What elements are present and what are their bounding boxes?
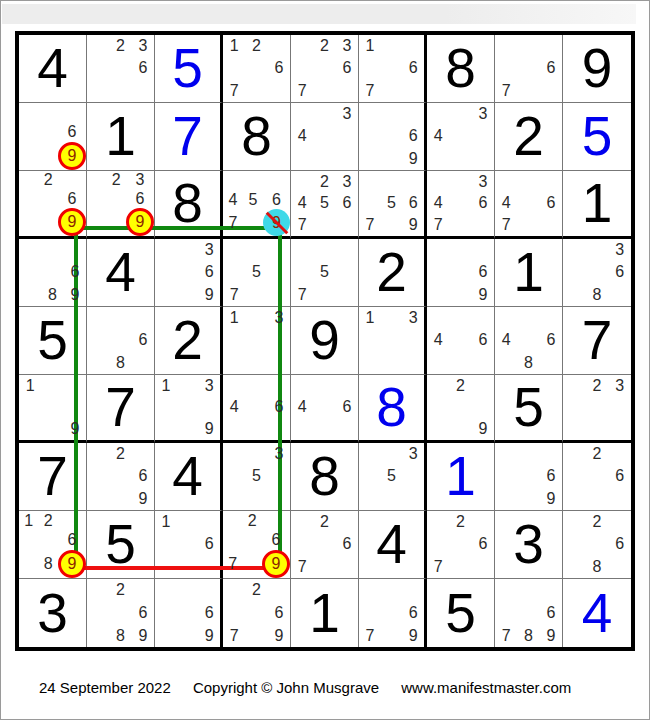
empty-pencil-slot [336, 375, 358, 397]
empty-pencil-slot [563, 375, 586, 397]
empty-pencil-slot [563, 556, 586, 578]
pencil-mark-2: 2 [313, 511, 335, 533]
empty-pencil-slot [39, 190, 59, 209]
cell-r3c7[interactable]: 3467 [427, 171, 495, 239]
cell-r2c7[interactable]: 34 [427, 103, 495, 171]
solved-digit: 8 [376, 380, 407, 435]
empty-pencil-slot [381, 602, 403, 625]
cell-r9c3[interactable]: 69 [155, 579, 223, 647]
cell-r9c2[interactable]: 2689 [87, 579, 155, 647]
empty-pencil-slot [313, 533, 335, 555]
cell-r8c3[interactable]: 16 [155, 511, 223, 579]
cell-r6c3[interactable]: 139 [155, 375, 223, 443]
pencil-mark-6: 6 [336, 397, 358, 419]
pencil-mark-7: 7 [223, 209, 243, 236]
cell-r6c8[interactable]: 5 [495, 375, 563, 443]
pencil-mark-6: 6 [472, 193, 494, 215]
empty-pencil-slot [198, 579, 220, 602]
cell-r8c1[interactable]: 12689 [19, 511, 87, 579]
empty-pencil-slot [586, 465, 609, 487]
pencil-mark-3: 3 [608, 375, 631, 397]
cell-r1c8[interactable]: 67 [495, 35, 563, 103]
empty-pencil-slot [449, 193, 471, 215]
footer-copyright: Copyright © John Musgrave [193, 679, 379, 696]
pencil-marks: 26 [563, 443, 631, 510]
pencil-mark-7: 7 [223, 80, 245, 102]
empty-pencil-slot [41, 375, 63, 397]
empty-pencil-slot [427, 148, 449, 170]
empty-pencil-slot [19, 284, 41, 306]
solved-digit: 1 [445, 449, 476, 504]
cell-r8c7[interactable]: 267 [427, 511, 495, 579]
cell-r1c4[interactable]: 1267 [223, 35, 291, 103]
cell-r3c1[interactable]: 269 [19, 171, 87, 239]
cell-r4c9[interactable]: 368 [563, 239, 631, 307]
empty-pencil-slot [109, 488, 131, 510]
pencil-mark-6: 6 [64, 261, 86, 283]
empty-pencil-slot [291, 35, 313, 57]
empty-pencil-slot [449, 418, 471, 440]
page: 4236512672367167867969178346934252692369… [0, 0, 650, 720]
pencil-mark-2: 2 [109, 35, 131, 57]
cell-r9c5[interactable]: 1 [291, 579, 359, 647]
pencil-marks: 57 [223, 239, 290, 306]
pencil-mark-2: 2 [245, 579, 267, 602]
given-digit: 1 [513, 245, 544, 300]
pencil-mark-9: 9 [198, 624, 220, 647]
given-digit: 9 [309, 313, 340, 368]
empty-pencil-slot [39, 531, 59, 551]
cell-r9c9[interactable]: 4 [563, 579, 631, 647]
empty-pencil-slot [427, 511, 449, 533]
empty-pencil-slot [608, 397, 631, 419]
empty-pencil-slot [87, 488, 109, 510]
empty-pencil-slot [223, 602, 245, 625]
empty-pencil-slot [517, 171, 539, 193]
cell-r4c2[interactable]: 4 [87, 239, 155, 307]
pencil-marks: 467 [495, 171, 562, 236]
empty-pencil-slot [245, 397, 267, 419]
pencil-mark-6: 6 [540, 602, 562, 625]
pencil-mark-4: 4 [427, 329, 449, 351]
empty-pencil-slot [155, 239, 177, 261]
given-digit: 7 [37, 449, 68, 504]
cell-r7c3[interactable]: 4 [155, 443, 223, 511]
empty-pencil-slot [563, 239, 586, 261]
cell-r8c8[interactable]: 3 [495, 511, 563, 579]
given-digit: 4 [172, 449, 203, 504]
empty-pencil-slot [19, 123, 39, 143]
pencil-mark-3: 3 [126, 171, 154, 190]
empty-pencil-slot [402, 579, 424, 602]
pencil-mark-2: 2 [586, 443, 609, 465]
empty-pencil-slot [245, 602, 267, 625]
empty-pencil-slot [245, 418, 267, 440]
empty-pencil-slot [381, 103, 403, 125]
empty-pencil-slot [291, 511, 313, 533]
empty-pencil-slot [109, 329, 131, 351]
pencil-mark-6: 6 [402, 602, 424, 625]
empty-pencil-slot [359, 443, 381, 465]
empty-pencil-slot [495, 488, 517, 510]
pencil-mark-7: 7 [495, 624, 517, 647]
cell-r5c4[interactable]: 13 [223, 307, 291, 375]
empty-pencil-slot [563, 488, 586, 510]
empty-pencil-slot [472, 352, 494, 374]
pencil-mark-9: 9 [132, 488, 154, 510]
cell-r9c6[interactable]: 679 [359, 579, 427, 647]
cell-r7c4[interactable]: 35 [223, 443, 291, 511]
empty-pencil-slot [291, 533, 313, 555]
footer-website[interactable]: www.manifestmaster.com [401, 679, 571, 696]
empty-pencil-slot [223, 352, 245, 374]
cell-r4c8[interactable]: 1 [495, 239, 563, 307]
empty-pencil-slot [58, 511, 86, 531]
empty-pencil-slot [359, 352, 381, 374]
pencil-mark-8: 8 [39, 550, 59, 578]
empty-pencil-slot [427, 171, 449, 193]
empty-pencil-slot [402, 171, 424, 193]
empty-pencil-slot [608, 418, 631, 440]
cell-r8c4[interactable]: 2679 [223, 511, 291, 579]
empty-pencil-slot [263, 171, 290, 190]
cell-r7c9[interactable]: 26 [563, 443, 631, 511]
pencil-marks: 67 [495, 35, 562, 102]
empty-pencil-slot [517, 579, 539, 602]
empty-pencil-slot [563, 284, 586, 306]
cell-r6c1[interactable]: 19 [19, 375, 87, 443]
cell-r5c6[interactable]: 13 [359, 307, 427, 375]
given-digit: 1 [105, 109, 136, 164]
empty-pencil-slot [313, 103, 335, 125]
solved-digit: 5 [172, 41, 203, 96]
cell-r3c2[interactable]: 2369 [87, 171, 155, 239]
pencil-marks: 46 [427, 307, 494, 374]
cell-r1c3[interactable]: 5 [155, 35, 223, 103]
cell-r6c7[interactable]: 29 [427, 375, 495, 443]
pencil-mark-4: 4 [223, 397, 245, 419]
cell-r3c9[interactable]: 1 [563, 171, 631, 239]
cell-r5c3[interactable]: 2 [155, 307, 223, 375]
empty-pencil-slot [177, 533, 199, 555]
cell-r5c7[interactable]: 46 [427, 307, 495, 375]
eliminated-candidate-9: 9 [263, 209, 290, 236]
solved-digit: 4 [582, 586, 613, 641]
cell-r3c6[interactable]: 5679 [359, 171, 427, 239]
empty-pencil-slot [223, 261, 245, 283]
empty-pencil-slot [381, 80, 403, 102]
pencil-mark-1: 1 [19, 375, 41, 397]
empty-pencil-slot [41, 418, 63, 440]
cell-r6c6[interactable]: 8 [359, 375, 427, 443]
empty-pencil-slot [336, 261, 358, 283]
pencil-mark-6: 6 [132, 602, 154, 625]
pencil-mark-6: 6 [132, 329, 154, 351]
empty-pencil-slot [268, 284, 290, 306]
pencil-mark-4: 4 [291, 193, 313, 215]
empty-pencil-slot [58, 103, 86, 123]
empty-pencil-slot [495, 443, 517, 465]
given-digit: 5 [37, 313, 68, 368]
empty-pencil-slot [41, 239, 63, 261]
empty-pencil-slot [427, 103, 449, 125]
empty-pencil-slot [449, 125, 471, 147]
pencil-mark-2: 2 [39, 171, 59, 190]
cell-r1c9[interactable]: 9 [563, 35, 631, 103]
cell-r5c8[interactable]: 468 [495, 307, 563, 375]
empty-pencil-slot [132, 80, 154, 102]
cell-r2c8[interactable]: 2 [495, 103, 563, 171]
pencil-marks: 69 [359, 103, 424, 170]
empty-pencil-slot [336, 239, 358, 261]
empty-pencil-slot [109, 80, 131, 102]
empty-pencil-slot [87, 190, 107, 209]
pencil-mark-8: 8 [109, 352, 131, 374]
cell-r4c3[interactable]: 369 [155, 239, 223, 307]
empty-pencil-slot [563, 261, 586, 283]
empty-pencil-slot [586, 239, 609, 261]
cell-r5c5[interactable]: 9 [291, 307, 359, 375]
cell-r7c7[interactable]: 1 [427, 443, 495, 511]
pencil-marks: 35 [223, 443, 290, 510]
cell-r6c5[interactable]: 46 [291, 375, 359, 443]
cell-r9c7[interactable]: 5 [427, 579, 495, 647]
empty-pencil-slot [495, 465, 517, 487]
cell-r8c5[interactable]: 267 [291, 511, 359, 579]
empty-pencil-slot [19, 142, 39, 170]
empty-pencil-slot [381, 35, 403, 57]
empty-pencil-slot [359, 579, 381, 602]
empty-pencil-slot [268, 418, 290, 440]
pencil-mark-8: 8 [586, 556, 609, 578]
empty-pencil-slot [381, 579, 403, 602]
cell-r7c6[interactable]: 35 [359, 443, 427, 511]
pencil-marks: 69 [19, 103, 86, 170]
cell-r2c5[interactable]: 34 [291, 103, 359, 171]
cell-r5c9[interactable]: 7 [563, 307, 631, 375]
pencil-mark-3: 3 [132, 35, 154, 57]
empty-pencil-slot [586, 397, 609, 419]
cell-r6c4[interactable]: 46 [223, 375, 291, 443]
empty-pencil-slot [449, 533, 471, 555]
cell-r8c6[interactable]: 4 [359, 511, 427, 579]
empty-pencil-slot [107, 190, 127, 209]
solved-digit: 7 [172, 109, 203, 164]
pencil-mark-6: 6 [472, 533, 494, 555]
empty-pencil-slot [243, 171, 263, 190]
empty-pencil-slot [223, 329, 245, 351]
cell-r5c2[interactable]: 68 [87, 307, 155, 375]
cell-r2c2[interactable]: 1 [87, 103, 155, 171]
cell-r7c8[interactable]: 69 [495, 443, 563, 511]
cell-r1c1[interactable]: 4 [19, 35, 87, 103]
pencil-mark-9: 9 [402, 148, 424, 170]
empty-pencil-slot [19, 550, 39, 578]
pencil-marks: 689 [19, 239, 86, 306]
empty-pencil-slot [586, 261, 609, 283]
cell-r9c8[interactable]: 6789 [495, 579, 563, 647]
pencil-marks: 46 [291, 375, 358, 440]
empty-pencil-slot [563, 443, 586, 465]
empty-pencil-slot [540, 214, 562, 236]
cell-r2c1[interactable]: 69 [19, 103, 87, 171]
empty-pencil-slot [245, 352, 267, 374]
pencil-mark-9: 9 [540, 488, 562, 510]
pencil-mark-6: 6 [126, 190, 154, 209]
empty-pencil-slot [109, 602, 131, 625]
empty-pencil-slot [87, 208, 107, 236]
empty-pencil-slot [427, 375, 449, 397]
cell-r4c7[interactable]: 69 [427, 239, 495, 307]
cell-r4c6[interactable]: 2 [359, 239, 427, 307]
empty-pencil-slot [540, 443, 562, 465]
pencil-mark-2: 2 [313, 35, 335, 57]
pencil-marks: 267 [291, 511, 358, 578]
pencil-mark-6: 6 [262, 531, 290, 551]
pencil-marks: 23 [563, 375, 631, 440]
pencil-mark-4: 4 [291, 125, 313, 147]
circled-candidate-9: 9 [58, 550, 86, 578]
pencil-mark-7: 7 [291, 80, 313, 102]
pencil-marks: 369 [155, 239, 220, 306]
empty-pencil-slot [517, 329, 539, 351]
cell-r1c7[interactable]: 8 [427, 35, 495, 103]
pencil-mark-2: 2 [449, 511, 471, 533]
empty-pencil-slot [313, 397, 335, 419]
empty-pencil-slot [540, 171, 562, 193]
pencil-marks: 13 [223, 307, 290, 374]
cell-r7c5[interactable]: 8 [291, 443, 359, 511]
pencil-mark-5: 5 [381, 465, 403, 487]
empty-pencil-slot [472, 375, 494, 397]
empty-pencil-slot [427, 397, 449, 419]
empty-pencil-slot [608, 511, 631, 533]
pencil-mark-2: 2 [449, 375, 471, 397]
pencil-mark-9: 9 [472, 284, 494, 306]
pencil-mark-9: 9 [198, 418, 220, 440]
empty-pencil-slot [291, 418, 313, 440]
cell-r1c5[interactable]: 2367 [291, 35, 359, 103]
empty-pencil-slot [313, 57, 335, 79]
given-digit: 7 [105, 380, 136, 435]
pencil-mark-2: 2 [107, 171, 127, 190]
empty-pencil-slot [64, 375, 86, 397]
pencil-mark-8: 8 [109, 624, 131, 647]
cell-r1c6[interactable]: 167 [359, 35, 427, 103]
cell-r7c2[interactable]: 269 [87, 443, 155, 511]
cell-r4c5[interactable]: 57 [291, 239, 359, 307]
pencil-marks: 6789 [495, 579, 562, 647]
cell-r3c5[interactable]: 234567 [291, 171, 359, 239]
empty-pencil-slot [155, 533, 177, 555]
pencil-mark-6: 6 [58, 190, 86, 209]
pencil-mark-3: 3 [472, 103, 494, 125]
empty-pencil-slot [313, 284, 335, 306]
pencil-mark-1: 1 [223, 35, 245, 57]
pencil-mark-2: 2 [243, 511, 263, 531]
empty-pencil-slot [268, 579, 290, 602]
cell-r9c4[interactable]: 2679 [223, 579, 291, 647]
empty-pencil-slot [291, 171, 313, 193]
empty-pencil-slot [427, 261, 449, 283]
empty-pencil-slot [427, 284, 449, 306]
empty-pencil-slot [540, 80, 562, 102]
cell-r2c6[interactable]: 69 [359, 103, 427, 171]
empty-pencil-slot [41, 261, 63, 283]
cell-r6c2[interactable]: 7 [87, 375, 155, 443]
cell-r2c3[interactable]: 7 [155, 103, 223, 171]
cell-r4c1[interactable]: 689 [19, 239, 87, 307]
pencil-mark-2: 2 [245, 35, 267, 57]
given-digit: 2 [513, 109, 544, 164]
pencil-mark-7: 7 [223, 624, 245, 647]
empty-pencil-slot [19, 531, 39, 551]
pencil-mark-3: 3 [336, 171, 358, 193]
given-digit: 4 [37, 41, 68, 96]
empty-pencil-slot [359, 602, 381, 625]
pencil-mark-6: 6 [540, 465, 562, 487]
pencil-marks: 19 [19, 375, 86, 440]
pencil-mark-6: 6 [540, 193, 562, 215]
empty-pencil-slot [313, 375, 335, 397]
cell-r2c4[interactable]: 8 [223, 103, 291, 171]
empty-pencil-slot [155, 397, 177, 419]
cell-r2c9[interactable]: 5 [563, 103, 631, 171]
pencil-mark-6: 6 [402, 193, 424, 215]
empty-pencil-slot [381, 148, 403, 170]
cell-r6c9[interactable]: 23 [563, 375, 631, 443]
pencil-mark-5: 5 [243, 190, 263, 209]
cell-r9c1[interactable]: 3 [19, 579, 87, 647]
empty-pencil-slot [19, 103, 39, 123]
given-digit: 2 [376, 245, 407, 300]
empty-pencil-slot [177, 624, 199, 647]
empty-pencil-slot [268, 488, 290, 510]
empty-pencil-slot [268, 80, 290, 102]
empty-pencil-slot [381, 307, 403, 329]
empty-pencil-slot [563, 397, 586, 419]
pencil-mark-4: 4 [223, 190, 243, 209]
empty-pencil-slot [223, 57, 245, 79]
pencil-marks: 2679 [223, 511, 290, 578]
empty-pencil-slot [87, 465, 109, 487]
empty-pencil-slot [517, 443, 539, 465]
empty-pencil-slot [359, 125, 381, 147]
empty-pencil-slot [495, 307, 517, 329]
empty-pencil-slot [245, 443, 267, 465]
empty-pencil-slot [268, 375, 290, 397]
empty-pencil-slot [540, 35, 562, 57]
pencil-mark-6: 6 [608, 465, 631, 487]
empty-pencil-slot [223, 443, 245, 465]
empty-pencil-slot [268, 35, 290, 57]
cell-r8c9[interactable]: 268 [563, 511, 631, 579]
given-digit: 4 [105, 245, 136, 300]
pencil-mark-3: 3 [402, 443, 424, 465]
cell-r3c8[interactable]: 467 [495, 171, 563, 239]
cell-r3c4[interactable]: 45679 [223, 171, 291, 239]
empty-pencil-slot [336, 556, 358, 578]
empty-pencil-slot [359, 103, 381, 125]
empty-pencil-slot [472, 239, 494, 261]
empty-pencil-slot [381, 352, 403, 374]
empty-pencil-slot [19, 239, 41, 261]
empty-pencil-slot [87, 443, 109, 465]
cell-r1c2[interactable]: 236 [87, 35, 155, 103]
cell-r4c4[interactable]: 57 [223, 239, 291, 307]
empty-pencil-slot [495, 602, 517, 625]
empty-pencil-slot [517, 488, 539, 510]
